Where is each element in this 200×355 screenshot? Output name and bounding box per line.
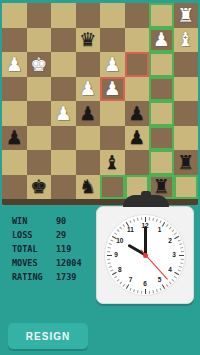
white-king-g3: ♚ (30, 55, 47, 74)
square-b3[interactable] (149, 52, 174, 77)
chess-app: ♜♛♟♝♟♚♟♟♟♟♟♟♟♟♝♜♚♞♜ WIN 90 LOSS 29 TOTAL… (0, 0, 200, 355)
clock-number-9: 9 (110, 250, 122, 260)
clock-number-1: 1 (154, 225, 166, 235)
square-g6[interactable] (27, 126, 52, 151)
square-e7[interactable] (76, 150, 101, 175)
square-g8[interactable]: ♚ (27, 175, 52, 200)
square-g2[interactable] (27, 28, 52, 53)
clock-tick (114, 232, 117, 235)
clock-tick (165, 224, 168, 227)
square-h8[interactable] (2, 175, 27, 200)
stat-moves-value: 12004 (56, 258, 92, 268)
clock-tick (173, 232, 176, 235)
clock-tick (140, 217, 141, 220)
square-h7[interactable] (2, 150, 27, 175)
square-b7[interactable] (149, 150, 174, 175)
square-d6[interactable] (100, 126, 125, 151)
white-rook-a1: ♜ (177, 6, 194, 25)
stat-loss: LOSS 29 (12, 228, 92, 242)
stat-moves-label: MOVES (12, 258, 56, 268)
stat-win-value: 90 (56, 216, 92, 226)
clock-tick (168, 281, 171, 284)
square-h4[interactable] (2, 77, 27, 102)
clock-number-3: 3 (168, 250, 180, 260)
stat-rating-value: 1739 (56, 272, 92, 282)
square-a6[interactable] (174, 126, 199, 151)
square-c5[interactable]: ♟ (125, 101, 150, 126)
clock-tick (140, 290, 141, 293)
square-a3[interactable] (174, 52, 199, 77)
square-b4[interactable] (149, 77, 174, 102)
square-g5[interactable] (27, 101, 52, 126)
clock-number-8: 8 (114, 265, 126, 275)
square-h6[interactable]: ♟ (2, 126, 27, 151)
clock-tick (168, 226, 171, 229)
clock-tick (148, 217, 149, 220)
clock-tick (177, 269, 180, 271)
square-b1[interactable] (149, 3, 174, 28)
square-a4[interactable] (174, 77, 199, 102)
clock-center-cap (143, 253, 148, 258)
clock-number-4: 4 (164, 265, 176, 275)
clock-tick (155, 289, 157, 292)
stat-loss-label: LOSS (12, 230, 56, 240)
square-e1[interactable] (76, 3, 101, 28)
square-d2[interactable] (100, 28, 125, 53)
clock-tick (177, 239, 180, 241)
clock-tick (171, 278, 174, 281)
clock-tick (116, 278, 119, 281)
clock-tick (159, 287, 161, 290)
white-pawn-e4: ♟ (79, 79, 96, 98)
stat-total-label: TOTAL (12, 244, 56, 254)
clock-tick (107, 247, 110, 249)
black-knight-e8: ♞ (79, 177, 96, 196)
clock-tick (137, 217, 139, 220)
chess-board: ♜♛♟♝♟♚♟♟♟♟♟♟♟♟♝♜♚♞♜ (2, 3, 198, 199)
square-a7[interactable]: ♜ (174, 150, 199, 175)
square-d3[interactable]: ♟ (100, 52, 125, 77)
clock-face: 121234567891011 (104, 214, 186, 296)
square-f1[interactable] (51, 3, 76, 28)
clock-tick (116, 229, 119, 232)
clock-tick (180, 250, 183, 251)
square-e4[interactable]: ♟ (76, 77, 101, 102)
square-e8[interactable]: ♞ (76, 175, 101, 200)
square-h3[interactable]: ♟ (2, 52, 27, 77)
square-c7[interactable] (125, 150, 150, 175)
stat-win: WIN 90 (12, 214, 92, 228)
resign-button[interactable]: RESIGN (8, 323, 88, 349)
clock-number-10: 10 (114, 236, 126, 246)
clock-tick (110, 269, 113, 271)
clock-tick (159, 220, 161, 223)
black-king-g8: ♚ (30, 177, 47, 196)
alarm-clock: 121234567891011 (96, 206, 194, 304)
clock-tick (110, 239, 113, 241)
square-d5[interactable] (100, 101, 125, 126)
square-f7[interactable] (51, 150, 76, 175)
square-h2[interactable] (2, 28, 27, 53)
square-h1[interactable] (2, 3, 27, 28)
white-bishop-a2: ♝ (177, 30, 194, 49)
clock-tick (179, 243, 182, 245)
clock-tick (173, 275, 176, 278)
stat-total-value: 119 (56, 244, 92, 254)
square-e6[interactable] (76, 126, 101, 151)
clock-tick (145, 289, 146, 294)
clock-tick (119, 281, 122, 284)
clock-tick (137, 290, 139, 293)
square-a1[interactable]: ♜ (174, 3, 199, 28)
square-c1[interactable] (125, 3, 150, 28)
clock-tick (180, 258, 183, 259)
square-b5[interactable] (149, 101, 174, 126)
square-d7[interactable]: ♝ (100, 150, 125, 175)
square-e5[interactable]: ♟ (76, 101, 101, 126)
square-d8[interactable] (100, 175, 125, 200)
stat-rating-label: RATING (12, 272, 56, 282)
clock-number-7: 7 (125, 275, 137, 285)
square-f6[interactable] (51, 126, 76, 151)
stat-win-label: WIN (12, 216, 56, 226)
clock-number-2: 2 (164, 236, 176, 246)
square-g1[interactable] (27, 3, 52, 28)
clock-tick (129, 220, 131, 223)
white-pawn-f5: ♟ (55, 104, 72, 123)
stat-total: TOTAL 119 (12, 242, 92, 256)
clock-number-11: 11 (125, 225, 137, 235)
square-g3[interactable]: ♚ (27, 52, 52, 77)
clock-tick (179, 265, 182, 267)
square-f3[interactable] (51, 52, 76, 77)
clock-tick (148, 290, 149, 293)
square-f8[interactable] (51, 175, 76, 200)
square-f5[interactable]: ♟ (51, 101, 76, 126)
black-pawn-e5: ♟ (79, 104, 96, 123)
clock-tick (171, 229, 174, 232)
square-c3[interactable] (125, 52, 150, 77)
square-f4[interactable] (51, 77, 76, 102)
white-pawn-h3: ♟ (6, 55, 23, 74)
white-pawn-d3: ♟ (104, 55, 121, 74)
square-g4[interactable] (27, 77, 52, 102)
white-pawn-b2: ♟ (153, 30, 170, 49)
square-d1[interactable] (100, 3, 125, 28)
square-f2[interactable] (51, 28, 76, 53)
alarm-bell-knob-icon (141, 191, 151, 197)
clock-tick (180, 247, 183, 249)
stats-panel: WIN 90 LOSS 29 TOTAL 119 MOVES 12004 RAT… (12, 214, 92, 284)
clock-tick (165, 283, 168, 286)
black-queen-e2: ♛ (79, 30, 96, 49)
square-c2[interactable] (125, 28, 150, 53)
clock-tick (152, 217, 154, 220)
square-a2[interactable]: ♝ (174, 28, 199, 53)
square-b2[interactable]: ♟ (149, 28, 174, 53)
clock-tick (133, 289, 135, 292)
clock-tick (119, 226, 122, 229)
square-a8[interactable] (174, 175, 199, 200)
clock-tick (133, 218, 135, 221)
clock-number-6: 6 (139, 279, 151, 289)
clock-number-5: 5 (154, 275, 166, 285)
clock-tick (155, 218, 157, 221)
black-rook-a7: ♜ (177, 153, 194, 172)
square-e2[interactable]: ♛ (76, 28, 101, 53)
square-h5[interactable] (2, 101, 27, 126)
clock-tick (108, 265, 111, 267)
clock-tick (180, 262, 183, 264)
black-pawn-h6: ♟ (6, 128, 23, 147)
square-b6[interactable] (149, 126, 174, 151)
white-pawn-d4: ♟ (104, 79, 121, 98)
square-c4[interactable] (125, 77, 150, 102)
square-d4[interactable]: ♟ (100, 77, 125, 102)
black-bishop-d7: ♝ (104, 153, 121, 172)
black-pawn-c5: ♟ (128, 104, 145, 123)
square-c6[interactable]: ♟ (125, 126, 150, 151)
black-pawn-c6: ♟ (128, 128, 145, 147)
clock-number-12: 12 (139, 221, 151, 231)
clock-tick (114, 275, 117, 278)
clock-tick (129, 287, 131, 290)
square-g7[interactable] (27, 150, 52, 175)
stat-loss-value: 29 (56, 230, 92, 240)
stat-rating: RATING 1739 (12, 270, 92, 284)
square-a5[interactable] (174, 101, 199, 126)
stat-moves: MOVES 12004 (12, 256, 92, 270)
black-rook-b8: ♜ (153, 177, 170, 196)
square-e3[interactable] (76, 52, 101, 77)
clock-tick (108, 243, 111, 245)
clock-tick (152, 290, 154, 293)
clock-tick (107, 262, 110, 264)
